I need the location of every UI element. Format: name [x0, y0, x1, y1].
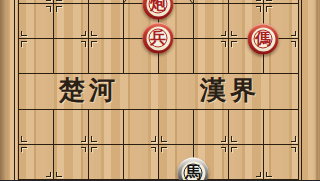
- river-label-right: 漢界: [200, 75, 260, 107]
- piece-character: 炮: [143, 0, 174, 20]
- xiangqi-board: 楚河 漢界 炮兵傌馬: [0, 0, 320, 180]
- piece-red-cannon[interactable]: 炮: [143, 0, 174, 20]
- river-label-left: 楚河: [59, 75, 119, 107]
- piece-red-soldier[interactable]: 兵: [143, 23, 174, 54]
- piece-character: 馬: [178, 158, 209, 181]
- piece-character: 兵: [143, 23, 174, 54]
- piece-character: 傌: [248, 24, 279, 55]
- piece-black-horse[interactable]: 馬: [178, 158, 209, 181]
- piece-red-horse[interactable]: 傌: [248, 24, 279, 55]
